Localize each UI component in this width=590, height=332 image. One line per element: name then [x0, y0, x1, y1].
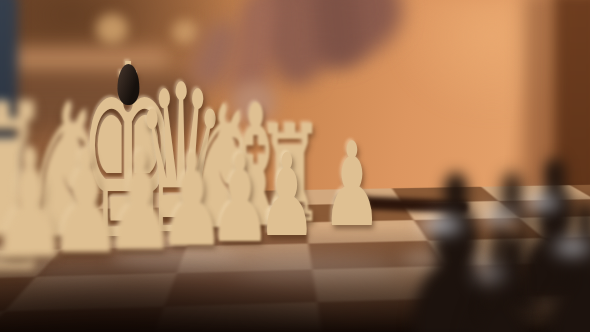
black-pawn[interactable]: ♟: [496, 179, 590, 332]
chess-photo-scene: ♜♞♚♛♞♝♜♟♟♟♟♟♟♟♟♝♟♟♟: [0, 0, 590, 332]
specular-highlight: [547, 235, 590, 259]
